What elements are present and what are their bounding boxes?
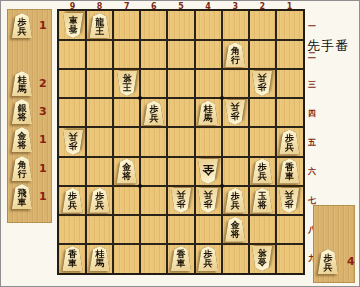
piece-kanji: 飛車	[11, 184, 33, 209]
piece-body: 歩兵	[143, 100, 165, 125]
piece-lance-5九[interactable]: 香車	[170, 246, 192, 271]
turn-indicator: 先手番	[307, 37, 359, 55]
piece-body: 歩兵	[224, 100, 246, 125]
piece-body: 香車	[62, 13, 84, 38]
piece-kanji: 歩兵	[224, 188, 246, 213]
piece-body: 金将	[11, 127, 33, 152]
file-label: 6	[144, 2, 164, 11]
piece-body: 香車	[170, 246, 192, 271]
piece-promoted-silver-4六[interactable]: 全	[197, 159, 219, 184]
piece-kanji: 桂馬	[89, 246, 111, 271]
board-grid-line	[194, 11, 196, 273]
piece-bishop-3二[interactable]: 角行	[224, 42, 246, 67]
star-point	[220, 184, 224, 188]
capture-count: 3	[39, 105, 47, 118]
piece-body: 桂馬	[11, 71, 33, 96]
file-label: 3	[225, 2, 245, 11]
board-grid-line	[59, 97, 303, 99]
piece-pawn-2六[interactable]: 歩兵	[251, 159, 273, 184]
piece-silver[interactable]: 銀将	[11, 99, 33, 124]
shogi-board[interactable]	[57, 9, 305, 275]
file-label: 8	[90, 2, 110, 11]
piece-pawn-9五[interactable]: 歩兵	[62, 130, 84, 155]
piece-kanji: 歩兵	[143, 100, 165, 125]
rank-label: 五	[306, 137, 318, 148]
capture-count: 4	[347, 255, 355, 268]
piece-body: 桂馬	[197, 100, 219, 125]
rank-label: 四	[306, 108, 318, 119]
rank-label: 六	[306, 166, 318, 177]
piece-pawn-3七[interactable]: 歩兵	[224, 188, 246, 213]
piece-kanji: 歩兵	[224, 100, 246, 125]
piece-gold-2九[interactable]: 金将	[251, 246, 273, 271]
piece-pawn-9七[interactable]: 歩兵	[62, 188, 84, 213]
board-grid-line	[248, 11, 250, 273]
board-grid-line	[59, 156, 303, 158]
rank-label: 一	[306, 21, 318, 32]
board-grid-line	[85, 11, 87, 273]
board-grid-line	[59, 68, 303, 70]
piece-kanji: 香車	[278, 159, 300, 184]
piece-kanji: 全	[197, 159, 219, 184]
shogi-diagram: 987654321 一二三四五六七八九 先手番 香車龍王角行王将歩兵歩兵桂馬歩兵…	[0, 0, 360, 287]
piece-body: 金将	[224, 217, 246, 242]
file-label: 4	[198, 2, 218, 11]
capture-count: 1	[39, 190, 47, 203]
piece-pawn-5七[interactable]: 歩兵	[170, 188, 192, 213]
piece-kanji: 歩兵	[278, 188, 300, 213]
piece-body: 歩兵	[251, 71, 273, 96]
piece-body: 歩兵	[11, 13, 33, 38]
piece-body: 歩兵	[278, 130, 300, 155]
piece-body: 歩兵	[170, 188, 192, 213]
piece-kanji: 金将	[224, 217, 246, 242]
piece-lance-9一[interactable]: 香車	[62, 13, 84, 38]
piece-kanji: 歩兵	[197, 246, 219, 271]
piece-kanji: 歩兵	[251, 71, 273, 96]
file-label: 7	[117, 2, 137, 11]
piece-body: 桂馬	[89, 246, 111, 271]
file-label: 9	[63, 2, 83, 11]
capture-count: 1	[39, 19, 47, 32]
piece-pawn-8七[interactable]: 歩兵	[89, 188, 111, 213]
rank-label: 三	[306, 79, 318, 90]
piece-pawn-3四[interactable]: 歩兵	[224, 100, 246, 125]
piece-body: 歩兵	[251, 159, 273, 184]
board-grid-line	[59, 126, 303, 128]
piece-body: 全	[197, 159, 219, 184]
piece-kanji: 桂馬	[11, 71, 33, 96]
piece-pawn-1七[interactable]: 歩兵	[278, 188, 300, 213]
capture-count: 2	[39, 77, 47, 90]
capture-count: 1	[39, 162, 47, 175]
piece-body: 歩兵	[89, 188, 111, 213]
piece-king-2七[interactable]: 玉将	[251, 188, 273, 213]
piece-body: 歩兵	[62, 188, 84, 213]
board-grid-line	[221, 11, 223, 273]
piece-kanji: 桂馬	[197, 100, 219, 125]
piece-gold-7六[interactable]: 金将	[116, 159, 138, 184]
piece-body: 金将	[251, 246, 273, 271]
piece-kanji: 香車	[170, 246, 192, 271]
piece-pawn-4七[interactable]: 歩兵	[197, 188, 219, 213]
board-grid-line	[59, 39, 303, 41]
piece-kanji: 歩兵	[251, 159, 273, 184]
piece-lance-9九[interactable]: 香車	[62, 246, 84, 271]
piece-knight[interactable]: 桂馬	[11, 71, 33, 96]
capture-count: 1	[39, 133, 47, 146]
piece-body: 歩兵	[317, 249, 339, 274]
piece-kanji: 金将	[11, 127, 33, 152]
piece-body: 歩兵	[197, 246, 219, 271]
piece-pawn[interactable]: 歩兵	[317, 249, 339, 274]
piece-body: 龍王	[89, 13, 111, 38]
piece-pawn-4九[interactable]: 歩兵	[197, 246, 219, 271]
file-label: 5	[171, 2, 191, 11]
piece-body: 歩兵	[278, 188, 300, 213]
piece-knight-4四[interactable]: 桂馬	[197, 100, 219, 125]
piece-kanji: 歩兵	[89, 188, 111, 213]
piece-kanji: 歩兵	[62, 188, 84, 213]
piece-rook[interactable]: 飛車	[11, 184, 33, 209]
piece-gold-3八[interactable]: 金将	[224, 217, 246, 242]
piece-kanji: 歩兵	[197, 188, 219, 213]
board-grid-line	[59, 243, 303, 245]
piece-kanji: 香車	[62, 246, 84, 271]
piece-pawn-1五[interactable]: 歩兵	[278, 130, 300, 155]
piece-body: 角行	[11, 156, 33, 181]
piece-body: 金将	[116, 159, 138, 184]
piece-kanji: 歩兵	[170, 188, 192, 213]
piece-body: 飛車	[11, 184, 33, 209]
board-grid-line	[166, 11, 168, 273]
piece-dragon-8一[interactable]: 龍王	[89, 13, 111, 38]
piece-body: 歩兵	[224, 188, 246, 213]
board-background	[59, 11, 303, 273]
piece-body: 角行	[224, 42, 246, 67]
board-grid-line	[139, 11, 141, 273]
piece-kanji: 玉将	[251, 188, 273, 213]
piece-kanji: 歩兵	[278, 130, 300, 155]
piece-body: 香車	[278, 159, 300, 184]
piece-bishop[interactable]: 角行	[11, 156, 33, 181]
board-grid-line	[59, 214, 303, 216]
piece-kanji: 金将	[251, 246, 273, 271]
piece-lance-1六[interactable]: 香車	[278, 159, 300, 184]
piece-kanji: 歩兵	[62, 130, 84, 155]
piece-king-7三[interactable]: 王将	[116, 71, 138, 96]
piece-kanji: 王将	[116, 71, 138, 96]
piece-body: 玉将	[251, 188, 273, 213]
piece-kanji: 角行	[224, 42, 246, 67]
piece-kanji: 金将	[116, 159, 138, 184]
file-label: 2	[252, 2, 272, 11]
piece-body: 香車	[62, 246, 84, 271]
piece-kanji: 角行	[11, 156, 33, 181]
piece-knight-8九[interactable]: 桂馬	[89, 246, 111, 271]
board-grid-line	[275, 11, 277, 273]
board-grid-line	[112, 11, 114, 273]
file-label: 1	[279, 2, 299, 11]
board-grid-line	[59, 185, 303, 187]
piece-pawn[interactable]: 歩兵	[11, 13, 33, 38]
piece-kanji: 歩兵	[11, 13, 33, 38]
piece-pawn-2三[interactable]: 歩兵	[251, 71, 273, 96]
piece-pawn-6四[interactable]: 歩兵	[143, 100, 165, 125]
piece-kanji: 歩兵	[317, 249, 339, 274]
piece-gold[interactable]: 金将	[11, 127, 33, 152]
piece-body: 銀将	[11, 99, 33, 124]
piece-body: 王将	[116, 71, 138, 96]
piece-kanji: 龍王	[89, 13, 111, 38]
piece-kanji: 銀将	[11, 99, 33, 124]
piece-body: 歩兵	[197, 188, 219, 213]
piece-body: 歩兵	[62, 130, 84, 155]
piece-kanji: 香車	[62, 13, 84, 38]
